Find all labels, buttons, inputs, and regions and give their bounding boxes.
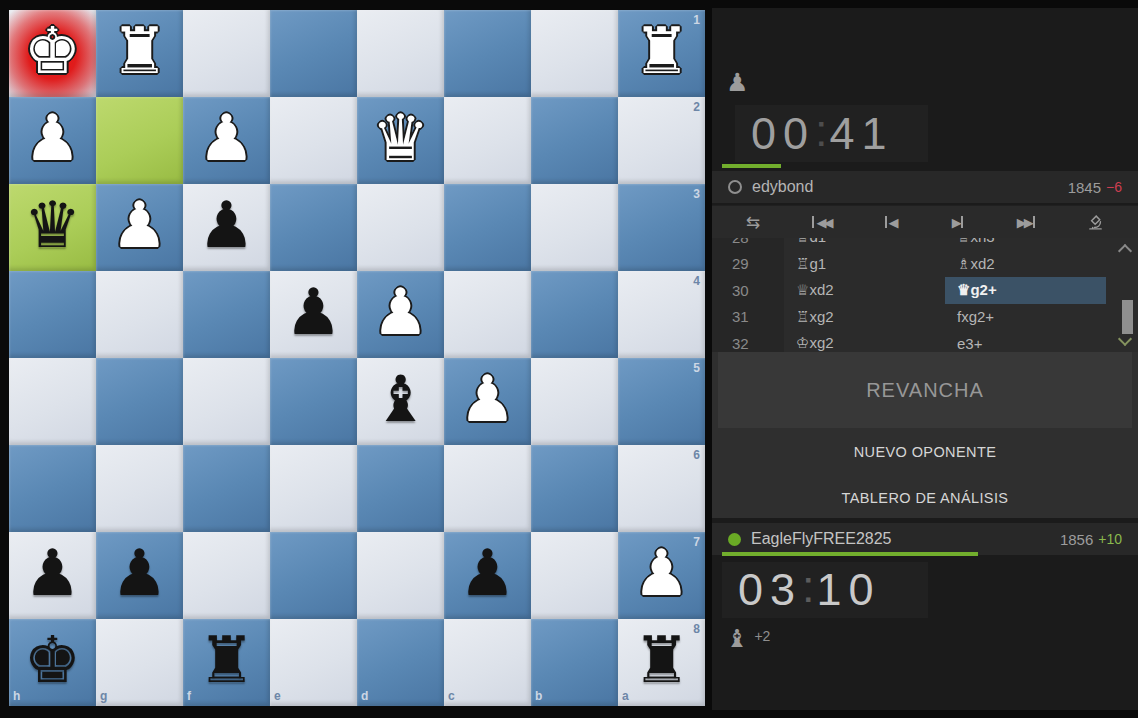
square-a1[interactable]: 1♜ bbox=[618, 10, 705, 97]
move-31-black[interactable]: fxg2+ bbox=[945, 304, 1106, 331]
square-b5[interactable] bbox=[531, 358, 618, 445]
square-g4[interactable] bbox=[96, 271, 183, 358]
white-pawn-d4[interactable]: ♟ bbox=[357, 268, 444, 355]
square-g8[interactable]: g bbox=[96, 619, 183, 706]
white-pawn-f2[interactable]: ♟ bbox=[183, 94, 270, 181]
move-29-white[interactable]: ♖g1 bbox=[784, 251, 945, 278]
black-pawn-e4[interactable]: ♟ bbox=[270, 268, 357, 355]
bottom-player-row[interactable]: EagleFlyFREE2825 1856 +10 bbox=[712, 523, 1138, 555]
square-f7[interactable] bbox=[183, 532, 270, 619]
move-number: 32 bbox=[712, 330, 784, 352]
captured-pawn-icon: ♟ bbox=[726, 68, 748, 97]
top-player-rating: 1845 bbox=[1068, 179, 1101, 196]
square-g1[interactable]: ♜ bbox=[96, 10, 183, 97]
move-32-white[interactable]: ♔xg2 bbox=[784, 330, 945, 352]
top-player-clock: 00:41 bbox=[735, 105, 928, 162]
move-list-scrollbar[interactable] bbox=[1122, 300, 1133, 334]
square-e8[interactable]: e bbox=[270, 619, 357, 706]
square-g6[interactable] bbox=[96, 445, 183, 532]
square-b4[interactable] bbox=[531, 271, 618, 358]
move-29-black[interactable]: ♗xd2 bbox=[945, 251, 1106, 278]
move-number: 29 bbox=[712, 251, 784, 278]
square-b8[interactable]: b bbox=[531, 619, 618, 706]
move-number: 30 bbox=[712, 277, 784, 304]
chess-board[interactable]: ♚♜1♜♟♟♛2♛♟♟3♟♟4♝♟56♟♟♟7♟h♚gf♜edcba8♜ bbox=[9, 10, 705, 706]
move-number: 28 bbox=[712, 238, 784, 251]
white-queen-d2[interactable]: ♛ bbox=[357, 94, 444, 181]
white-rook-g1[interactable]: ♜ bbox=[96, 7, 183, 94]
square-d5[interactable]: ♝ bbox=[357, 358, 444, 445]
online-indicator-icon bbox=[728, 533, 741, 546]
square-e5[interactable] bbox=[270, 358, 357, 445]
move-28-black[interactable]: ♕xh3 bbox=[945, 238, 1106, 251]
square-c6[interactable] bbox=[444, 445, 531, 532]
square-d8[interactable]: d bbox=[357, 619, 444, 706]
white-king-h1[interactable]: ♚ bbox=[9, 7, 96, 94]
square-c7[interactable]: ♟ bbox=[444, 532, 531, 619]
white-rook-a1[interactable]: ♜ bbox=[618, 7, 705, 94]
square-f5[interactable] bbox=[183, 358, 270, 445]
square-c1[interactable] bbox=[444, 10, 531, 97]
top-player-rating-diff: −6 bbox=[1106, 179, 1122, 195]
square-d3[interactable] bbox=[357, 184, 444, 271]
file-label-e: e bbox=[274, 689, 281, 703]
square-h4[interactable] bbox=[9, 271, 96, 358]
square-a3[interactable]: 3 bbox=[618, 184, 705, 271]
square-h7[interactable]: ♟ bbox=[9, 532, 96, 619]
square-g2[interactable] bbox=[96, 97, 183, 184]
clock-seconds: 41 bbox=[830, 108, 894, 160]
square-e4[interactable]: ♟ bbox=[270, 271, 357, 358]
square-f6[interactable] bbox=[183, 445, 270, 532]
rank-label-2: 2 bbox=[693, 100, 700, 114]
square-h2[interactable]: ♟ bbox=[9, 97, 96, 184]
square-d6[interactable] bbox=[357, 445, 444, 532]
square-b7[interactable] bbox=[531, 532, 618, 619]
rank-label-5: 5 bbox=[693, 361, 700, 375]
move-row-32: 32♔xg2e3+ bbox=[712, 330, 1138, 352]
bottom-time-progressbar bbox=[722, 552, 978, 556]
black-pawn-h7[interactable]: ♟ bbox=[9, 529, 96, 616]
move-30-white[interactable]: ♕xd2 bbox=[784, 277, 945, 304]
analysis-microscope-button[interactable] bbox=[1087, 214, 1104, 231]
top-player-name[interactable]: edybond bbox=[752, 178, 813, 196]
clock-colon: : bbox=[802, 561, 815, 613]
move-28-white[interactable]: ♕d1 bbox=[784, 238, 945, 251]
first-move-button[interactable]: ◀◀ bbox=[812, 216, 832, 229]
move-31-white[interactable]: ♖xg2 bbox=[784, 304, 945, 331]
square-c5[interactable]: ♟ bbox=[444, 358, 531, 445]
square-a7[interactable]: 7♟ bbox=[618, 532, 705, 619]
square-e6[interactable] bbox=[270, 445, 357, 532]
square-d7[interactable] bbox=[357, 532, 444, 619]
square-g5[interactable] bbox=[96, 358, 183, 445]
square-b2[interactable] bbox=[531, 97, 618, 184]
file-label-c: c bbox=[448, 689, 455, 703]
black-king-h8[interactable]: ♚ bbox=[9, 616, 96, 703]
move-controls-bar: ⇆ ◀◀ ◀ ▶ ▶▶ bbox=[712, 205, 1138, 238]
square-a5[interactable]: 5 bbox=[618, 358, 705, 445]
black-rook-a8[interactable]: ♜ bbox=[618, 616, 705, 703]
last-move-button[interactable]: ▶▶ bbox=[1015, 216, 1035, 229]
square-h3[interactable]: ♛ bbox=[9, 184, 96, 271]
clock-minutes: 00 bbox=[751, 108, 815, 160]
square-c8[interactable]: c bbox=[444, 619, 531, 706]
material-advantage: +2 bbox=[754, 628, 770, 644]
black-pawn-g7[interactable]: ♟ bbox=[96, 529, 183, 616]
square-c4[interactable] bbox=[444, 271, 531, 358]
file-label-b: b bbox=[535, 689, 542, 703]
white-pawn-c5[interactable]: ♟ bbox=[444, 355, 531, 442]
captured-bishop-icon: ♝ bbox=[726, 624, 748, 653]
square-f8[interactable]: f♜ bbox=[183, 619, 270, 706]
square-e2[interactable] bbox=[270, 97, 357, 184]
bottom-player-name[interactable]: EagleFlyFREE2825 bbox=[751, 530, 892, 548]
square-g3[interactable]: ♟ bbox=[96, 184, 183, 271]
square-d4[interactable]: ♟ bbox=[357, 271, 444, 358]
square-f4[interactable] bbox=[183, 271, 270, 358]
square-a8[interactable]: a8♜ bbox=[618, 619, 705, 706]
square-h1[interactable]: ♚ bbox=[9, 10, 96, 97]
post-game-actions: REVANCHA NUEVO OPONENTE TABLERO DE ANÁLI… bbox=[712, 352, 1138, 518]
black-rook-f8[interactable]: ♜ bbox=[183, 616, 270, 703]
square-a2[interactable]: 2 bbox=[618, 97, 705, 184]
clock-colon: : bbox=[815, 105, 828, 157]
square-h5[interactable] bbox=[9, 358, 96, 445]
rank-label-3: 3 bbox=[693, 187, 700, 201]
square-f2[interactable]: ♟ bbox=[183, 97, 270, 184]
square-c3[interactable] bbox=[444, 184, 531, 271]
black-queen-h3[interactable]: ♛ bbox=[9, 181, 96, 268]
square-h6[interactable] bbox=[9, 445, 96, 532]
clock-seconds: 10 bbox=[817, 564, 881, 616]
rematch-button[interactable]: REVANCHA bbox=[718, 352, 1132, 428]
bottom-captured-material: ♝+2 bbox=[726, 626, 770, 651]
square-c2[interactable] bbox=[444, 97, 531, 184]
move-row-28: 28♕d1♕xh3 bbox=[712, 238, 1138, 251]
bottom-player-clock: 03:10 bbox=[722, 562, 928, 618]
analysis-board-button[interactable]: TABLERO DE ANÁLISIS bbox=[712, 490, 1138, 506]
top-captured-material: ♟ bbox=[726, 70, 748, 95]
flip-board-button[interactable]: ⇆ bbox=[746, 214, 760, 231]
rank-label-4: 4 bbox=[693, 274, 700, 288]
square-e7[interactable] bbox=[270, 532, 357, 619]
square-b1[interactable] bbox=[531, 10, 618, 97]
square-f3[interactable]: ♟ bbox=[183, 184, 270, 271]
move-list[interactable]: 28♕d1♕xh329♖g1♗xd230♕xd2♛g2+31♖xg2fxg2+3… bbox=[712, 238, 1138, 352]
move-row-31: 31♖xg2fxg2+ bbox=[712, 304, 1138, 331]
top-player-row[interactable]: edybond 1845 −6 bbox=[712, 171, 1138, 203]
microscope-icon bbox=[1087, 214, 1104, 231]
top-time-progressbar bbox=[722, 164, 781, 168]
move-30-black[interactable]: ♛g2+ bbox=[945, 277, 1106, 304]
move-number: 31 bbox=[712, 304, 784, 331]
file-label-g: g bbox=[100, 689, 107, 703]
square-d2[interactable]: ♛ bbox=[357, 97, 444, 184]
square-a6[interactable]: 6 bbox=[618, 445, 705, 532]
square-e1[interactable] bbox=[270, 10, 357, 97]
side-panel: ♟ 00:41 edybond 1845 −6 ⇆ ◀◀ ◀ ▶ ▶▶ bbox=[712, 8, 1138, 710]
black-pawn-f3[interactable]: ♟ bbox=[183, 181, 270, 268]
square-f1[interactable] bbox=[183, 10, 270, 97]
next-move-button[interactable]: ▶ bbox=[950, 216, 963, 229]
white-pawn-a7[interactable]: ♟ bbox=[618, 529, 705, 616]
offline-indicator-icon bbox=[728, 180, 742, 194]
move-32-black[interactable]: e3+ bbox=[945, 330, 1106, 352]
previous-move-button[interactable]: ◀ bbox=[885, 216, 898, 229]
move-row-29: 29♖g1♗xd2 bbox=[712, 251, 1138, 278]
bottom-player-rating-diff: +10 bbox=[1098, 531, 1122, 547]
rank-label-6: 6 bbox=[693, 448, 700, 462]
square-e3[interactable] bbox=[270, 184, 357, 271]
square-b3[interactable] bbox=[531, 184, 618, 271]
file-label-d: d bbox=[361, 689, 368, 703]
square-a4[interactable]: 4 bbox=[618, 271, 705, 358]
black-bishop-d5[interactable]: ♝ bbox=[357, 355, 444, 442]
black-pawn-c7[interactable]: ♟ bbox=[444, 529, 531, 616]
square-h8[interactable]: h♚ bbox=[9, 619, 96, 706]
square-b6[interactable] bbox=[531, 445, 618, 532]
game-screen: ♚♜1♜♟♟♛2♛♟♟3♟♟4♝♟56♟♟♟7♟h♚gf♜edcba8♜ ♟ 0… bbox=[0, 0, 1138, 718]
square-d1[interactable] bbox=[357, 10, 444, 97]
new-opponent-button[interactable]: NUEVO OPONENTE bbox=[712, 444, 1138, 460]
square-g7[interactable]: ♟ bbox=[96, 532, 183, 619]
move-row-30: 30♕xd2♛g2+ bbox=[712, 277, 1138, 304]
bottom-player-rating: 1856 bbox=[1060, 531, 1093, 548]
white-pawn-h2[interactable]: ♟ bbox=[9, 94, 96, 181]
clock-minutes: 03 bbox=[738, 564, 802, 616]
white-pawn-g3[interactable]: ♟ bbox=[96, 181, 183, 268]
